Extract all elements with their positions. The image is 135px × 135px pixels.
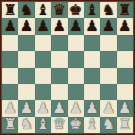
square-h6[interactable]	[117, 35, 133, 51]
square-f3[interactable]	[84, 84, 100, 100]
piece-black-rook[interactable]: ♜	[3, 2, 16, 17]
piece-black-knight[interactable]: ♞	[102, 2, 115, 17]
square-b2[interactable]: ♟	[18, 100, 34, 116]
piece-black-rook[interactable]: ♜	[118, 2, 131, 17]
square-f1[interactable]: ♝	[84, 117, 100, 133]
square-a7[interactable]: ♟	[2, 18, 18, 34]
square-g8[interactable]: ♞	[100, 2, 116, 18]
square-d2[interactable]: ♟	[51, 100, 67, 116]
square-h8[interactable]: ♜	[117, 2, 133, 18]
piece-white-pawn[interactable]: ♟	[118, 100, 131, 115]
square-f4[interactable]	[84, 68, 100, 84]
chess-board[interactable]: ♜♞♝♛♚♝♞♜♟♟♟♟♟♟♟♟♟♟♟♟♟♟♟♟♜♞♝♛♚♝♞♜	[2, 2, 133, 133]
square-c4[interactable]	[35, 68, 51, 84]
piece-black-pawn[interactable]: ♟	[53, 19, 66, 34]
piece-white-pawn[interactable]: ♟	[69, 100, 82, 115]
square-d3[interactable]	[51, 84, 67, 100]
square-h7[interactable]: ♟	[117, 18, 133, 34]
square-d6[interactable]	[51, 35, 67, 51]
square-g3[interactable]	[100, 84, 116, 100]
square-b5[interactable]	[18, 51, 34, 67]
piece-white-rook[interactable]: ♜	[118, 117, 131, 132]
square-a1[interactable]: ♜	[2, 117, 18, 133]
piece-white-pawn[interactable]: ♟	[53, 100, 66, 115]
square-f6[interactable]	[84, 35, 100, 51]
square-f2[interactable]: ♟	[84, 100, 100, 116]
piece-white-pawn[interactable]: ♟	[85, 100, 98, 115]
square-f8[interactable]: ♝	[84, 2, 100, 18]
piece-white-knight[interactable]: ♞	[102, 117, 115, 132]
piece-black-pawn[interactable]: ♟	[102, 19, 115, 34]
square-h3[interactable]	[117, 84, 133, 100]
piece-white-bishop[interactable]: ♝	[85, 117, 98, 132]
square-b6[interactable]	[18, 35, 34, 51]
square-e6[interactable]	[68, 35, 84, 51]
square-c8[interactable]: ♝	[35, 2, 51, 18]
square-h5[interactable]	[117, 51, 133, 67]
square-b1[interactable]: ♞	[18, 117, 34, 133]
piece-black-king[interactable]: ♚	[69, 2, 82, 17]
piece-black-bishop[interactable]: ♝	[85, 2, 98, 17]
piece-black-pawn[interactable]: ♟	[118, 19, 131, 34]
piece-white-pawn[interactable]: ♟	[3, 100, 16, 115]
piece-black-queen[interactable]: ♛	[53, 2, 66, 17]
square-b3[interactable]	[18, 84, 34, 100]
piece-black-knight[interactable]: ♞	[20, 2, 33, 17]
square-e1[interactable]: ♚	[68, 117, 84, 133]
square-b4[interactable]	[18, 68, 34, 84]
square-g1[interactable]: ♞	[100, 117, 116, 133]
square-c3[interactable]	[35, 84, 51, 100]
square-d4[interactable]	[51, 68, 67, 84]
square-c6[interactable]	[35, 35, 51, 51]
square-c1[interactable]: ♝	[35, 117, 51, 133]
square-c2[interactable]: ♟	[35, 100, 51, 116]
piece-white-king[interactable]: ♚	[69, 117, 82, 132]
square-d8[interactable]: ♛	[51, 2, 67, 18]
square-c5[interactable]	[35, 51, 51, 67]
square-a8[interactable]: ♜	[2, 2, 18, 18]
square-a6[interactable]	[2, 35, 18, 51]
square-e2[interactable]: ♟	[68, 100, 84, 116]
piece-white-pawn[interactable]: ♟	[102, 100, 115, 115]
square-a4[interactable]	[2, 68, 18, 84]
piece-black-pawn[interactable]: ♟	[69, 19, 82, 34]
square-h1[interactable]: ♜	[117, 117, 133, 133]
square-e5[interactable]	[68, 51, 84, 67]
piece-black-pawn[interactable]: ♟	[85, 19, 98, 34]
piece-black-bishop[interactable]: ♝	[36, 2, 49, 17]
piece-white-pawn[interactable]: ♟	[20, 100, 33, 115]
square-d5[interactable]	[51, 51, 67, 67]
square-c7[interactable]: ♟	[35, 18, 51, 34]
square-f5[interactable]	[84, 51, 100, 67]
square-f7[interactable]: ♟	[84, 18, 100, 34]
piece-white-pawn[interactable]: ♟	[36, 100, 49, 115]
square-g2[interactable]: ♟	[100, 100, 116, 116]
square-g6[interactable]	[100, 35, 116, 51]
square-e7[interactable]: ♟	[68, 18, 84, 34]
square-g7[interactable]: ♟	[100, 18, 116, 34]
square-b8[interactable]: ♞	[18, 2, 34, 18]
piece-white-rook[interactable]: ♜	[3, 117, 16, 132]
square-a2[interactable]: ♟	[2, 100, 18, 116]
square-e3[interactable]	[68, 84, 84, 100]
piece-black-pawn[interactable]: ♟	[36, 19, 49, 34]
piece-white-bishop[interactable]: ♝	[36, 117, 49, 132]
square-a5[interactable]	[2, 51, 18, 67]
square-g4[interactable]	[100, 68, 116, 84]
piece-black-pawn[interactable]: ♟	[3, 19, 16, 34]
square-b7[interactable]: ♟	[18, 18, 34, 34]
piece-white-queen[interactable]: ♛	[53, 117, 66, 132]
square-a3[interactable]	[2, 84, 18, 100]
square-d1[interactable]: ♛	[51, 117, 67, 133]
piece-black-pawn[interactable]: ♟	[20, 19, 33, 34]
chess-board-frame: ♜♞♝♛♚♝♞♜♟♟♟♟♟♟♟♟♟♟♟♟♟♟♟♟♜♞♝♛♚♝♞♜	[0, 0, 135, 135]
square-h4[interactable]	[117, 68, 133, 84]
piece-white-knight[interactable]: ♞	[20, 117, 33, 132]
square-d7[interactable]: ♟	[51, 18, 67, 34]
square-h2[interactable]: ♟	[117, 100, 133, 116]
square-e8[interactable]: ♚	[68, 2, 84, 18]
square-e4[interactable]	[68, 68, 84, 84]
square-g5[interactable]	[100, 51, 116, 67]
